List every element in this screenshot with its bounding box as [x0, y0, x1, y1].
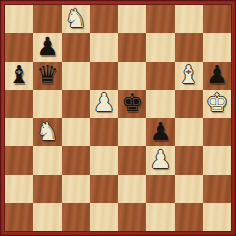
- square-h7[interactable]: [203, 33, 231, 61]
- square-h5[interactable]: ♚: [203, 90, 231, 118]
- square-f4[interactable]: ♟: [146, 118, 174, 146]
- square-f7[interactable]: [146, 33, 174, 61]
- square-d2[interactable]: [90, 175, 118, 203]
- square-g8[interactable]: [175, 5, 203, 33]
- square-d5[interactable]: ♟: [90, 90, 118, 118]
- piece-white-pawn[interactable]: ♟: [149, 147, 171, 172]
- square-e5[interactable]: ♚: [118, 90, 146, 118]
- square-b4[interactable]: ♞: [33, 118, 61, 146]
- square-e1[interactable]: [118, 203, 146, 231]
- square-c6[interactable]: [62, 62, 90, 90]
- square-g2[interactable]: [175, 175, 203, 203]
- square-a5[interactable]: [5, 90, 33, 118]
- square-b3[interactable]: [33, 146, 61, 174]
- square-f5[interactable]: [146, 90, 174, 118]
- piece-black-bishop[interactable]: ♝: [8, 62, 30, 87]
- square-b8[interactable]: [33, 5, 61, 33]
- square-f1[interactable]: [146, 203, 174, 231]
- chess-board: ♞♟♝♛♝♟♟♚♚♞♟♟: [5, 5, 231, 231]
- piece-white-pawn[interactable]: ♟: [93, 90, 115, 115]
- piece-black-pawn[interactable]: ♟: [149, 119, 171, 144]
- square-d6[interactable]: [90, 62, 118, 90]
- square-e2[interactable]: [118, 175, 146, 203]
- square-g3[interactable]: [175, 146, 203, 174]
- square-a4[interactable]: [5, 118, 33, 146]
- square-c4[interactable]: [62, 118, 90, 146]
- square-h1[interactable]: [203, 203, 231, 231]
- square-g4[interactable]: [175, 118, 203, 146]
- square-c2[interactable]: [62, 175, 90, 203]
- square-h2[interactable]: [203, 175, 231, 203]
- square-c5[interactable]: [62, 90, 90, 118]
- square-f2[interactable]: [146, 175, 174, 203]
- square-d7[interactable]: [90, 33, 118, 61]
- square-g6[interactable]: ♝: [175, 62, 203, 90]
- piece-black-queen[interactable]: ♛: [36, 62, 58, 87]
- square-d4[interactable]: [90, 118, 118, 146]
- square-h6[interactable]: ♟: [203, 62, 231, 90]
- square-g1[interactable]: [175, 203, 203, 231]
- board-frame: ♞♟♝♛♝♟♟♚♚♞♟♟: [0, 0, 236, 236]
- square-f8[interactable]: [146, 5, 174, 33]
- square-a7[interactable]: [5, 33, 33, 61]
- square-f3[interactable]: ♟: [146, 146, 174, 174]
- square-e7[interactable]: [118, 33, 146, 61]
- square-f6[interactable]: [146, 62, 174, 90]
- square-b7[interactable]: ♟: [33, 33, 61, 61]
- square-e3[interactable]: [118, 146, 146, 174]
- square-b2[interactable]: [33, 175, 61, 203]
- square-g7[interactable]: [175, 33, 203, 61]
- square-e8[interactable]: [118, 5, 146, 33]
- square-b6[interactable]: ♛: [33, 62, 61, 90]
- square-d3[interactable]: [90, 146, 118, 174]
- square-a1[interactable]: [5, 203, 33, 231]
- square-a8[interactable]: [5, 5, 33, 33]
- square-a2[interactable]: [5, 175, 33, 203]
- square-a3[interactable]: [5, 146, 33, 174]
- square-c8[interactable]: ♞: [62, 5, 90, 33]
- square-e4[interactable]: [118, 118, 146, 146]
- piece-white-knight[interactable]: ♞: [64, 6, 86, 31]
- square-g5[interactable]: [175, 90, 203, 118]
- piece-white-knight[interactable]: ♞: [36, 119, 58, 144]
- square-h3[interactable]: [203, 146, 231, 174]
- square-a6[interactable]: ♝: [5, 62, 33, 90]
- piece-white-bishop[interactable]: ♝: [177, 62, 199, 87]
- square-e6[interactable]: [118, 62, 146, 90]
- piece-white-king[interactable]: ♚: [206, 90, 228, 115]
- piece-black-king[interactable]: ♚: [121, 90, 143, 115]
- square-b1[interactable]: [33, 203, 61, 231]
- piece-black-pawn[interactable]: ♟: [206, 62, 228, 87]
- square-c3[interactable]: [62, 146, 90, 174]
- piece-black-pawn[interactable]: ♟: [36, 34, 58, 59]
- square-h4[interactable]: [203, 118, 231, 146]
- square-b5[interactable]: [33, 90, 61, 118]
- square-h8[interactable]: [203, 5, 231, 33]
- square-c1[interactable]: [62, 203, 90, 231]
- square-c7[interactable]: [62, 33, 90, 61]
- square-d1[interactable]: [90, 203, 118, 231]
- square-d8[interactable]: [90, 5, 118, 33]
